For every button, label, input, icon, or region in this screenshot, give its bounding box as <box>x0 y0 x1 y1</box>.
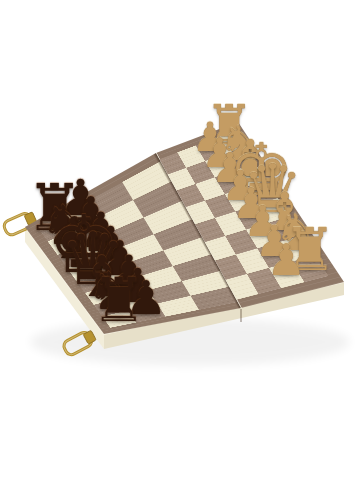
product-photo: ♜♞♝♛♚♝♞♜♟♟♟♟♟♟♟♟♟♟♟♟♟♟♟♟♜♞♝♛♚♝♞♜ Product… <box>0 0 360 482</box>
